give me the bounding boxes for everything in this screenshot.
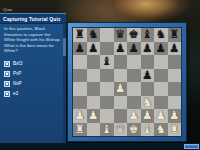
- black-queen-piece: ♛: [115, 29, 125, 41]
- square-c8[interactable]: [100, 28, 114, 42]
- square-d5[interactable]: [114, 69, 128, 83]
- square-h5[interactable]: [168, 69, 182, 83]
- panel-title: Capturing Tutorial Quiz: [3, 16, 60, 22]
- square-b6[interactable]: [87, 55, 101, 69]
- square-d2[interactable]: [114, 109, 128, 123]
- white-pawn-piece: ♟: [142, 110, 152, 122]
- black-pawn-piece: ♟: [156, 42, 166, 54]
- square-f3[interactable]: ♞: [141, 96, 155, 110]
- square-f2[interactable]: ♟: [141, 109, 155, 123]
- square-b8[interactable]: ♞: [87, 28, 101, 42]
- answer-option[interactable]: Bxf3: [0, 59, 66, 69]
- square-e1[interactable]: ♚: [127, 123, 141, 137]
- answer-option-label: e3: [13, 91, 18, 96]
- square-f1[interactable]: ♝: [141, 123, 155, 137]
- white-queen-piece: ♛: [115, 123, 125, 135]
- black-rook-piece: ♜: [75, 29, 85, 41]
- square-h8[interactable]: ♜: [168, 28, 182, 42]
- white-pawn-piece: ♟: [129, 110, 139, 122]
- square-b4[interactable]: [87, 82, 101, 96]
- speaker-icon[interactable]: [4, 81, 10, 87]
- white-rook-piece: ♜: [169, 123, 179, 135]
- black-pawn-piece: ♟: [129, 42, 139, 54]
- square-a8[interactable]: ♜: [73, 28, 87, 42]
- black-knight-piece: ♞: [156, 29, 166, 41]
- answer-option[interactable]: PxP: [0, 69, 66, 79]
- square-f4[interactable]: [141, 82, 155, 96]
- square-a1[interactable]: ♜: [73, 123, 87, 137]
- black-pawn-piece: ♟: [75, 42, 85, 54]
- square-g4[interactable]: [154, 82, 168, 96]
- black-pawn-piece: ♟: [142, 69, 152, 81]
- square-d6[interactable]: [114, 55, 128, 69]
- square-h7[interactable]: ♟: [168, 42, 182, 56]
- square-e8[interactable]: ♚: [127, 28, 141, 42]
- square-a7[interactable]: ♟: [73, 42, 87, 56]
- answer-option[interactable]: NxP: [0, 79, 66, 89]
- square-h3[interactable]: [168, 96, 182, 110]
- black-pawn-piece: ♟: [88, 42, 98, 54]
- white-knight-piece: ♞: [142, 96, 152, 108]
- square-f6[interactable]: [141, 55, 155, 69]
- square-d3[interactable]: [114, 96, 128, 110]
- square-d4[interactable]: ♟: [114, 82, 128, 96]
- square-f7[interactable]: ♟: [141, 42, 155, 56]
- white-pawn-piece: ♟: [75, 110, 85, 122]
- square-c1[interactable]: ♝: [100, 123, 114, 137]
- square-h1[interactable]: ♜: [168, 123, 182, 137]
- bottom-right-badge[interactable]: [184, 144, 199, 149]
- square-e3[interactable]: [127, 96, 141, 110]
- black-bishop-piece: ♝: [142, 29, 152, 41]
- speaker-icon[interactable]: [4, 91, 10, 97]
- square-d8[interactable]: ♛: [114, 28, 128, 42]
- square-b7[interactable]: ♟: [87, 42, 101, 56]
- panel-header: Capturing Tutorial Quiz: [0, 14, 66, 24]
- square-g2[interactable]: ♟: [154, 109, 168, 123]
- square-e7[interactable]: ♟: [127, 42, 141, 56]
- speaker-icon[interactable]: [4, 61, 10, 67]
- square-g3[interactable]: [154, 96, 168, 110]
- square-c6[interactable]: ♝: [100, 55, 114, 69]
- chess-board[interactable]: ♜♞♛♚♝♞♜♟♟♟♟♟♟♟♝♟♟♞♟♟♟♟♟♟♜♝♛♚♝♞♜: [72, 27, 182, 137]
- square-b1[interactable]: [87, 123, 101, 137]
- white-pawn-piece: ♟: [88, 110, 98, 122]
- white-king-piece: ♚: [129, 123, 139, 135]
- white-pawn-piece: ♟: [156, 110, 166, 122]
- square-h4[interactable]: [168, 82, 182, 96]
- square-c3[interactable]: [100, 96, 114, 110]
- app-window: Quiz Capturing Tutorial Quiz In this pos…: [0, 0, 200, 150]
- square-d1[interactable]: ♛: [114, 123, 128, 137]
- white-bishop-piece: ♝: [142, 123, 152, 135]
- black-king-piece: ♚: [129, 29, 139, 41]
- square-a4[interactable]: [73, 82, 87, 96]
- square-e5[interactable]: [127, 69, 141, 83]
- square-c7[interactable]: [100, 42, 114, 56]
- white-bishop-piece: ♝: [102, 123, 112, 135]
- black-pawn-piece: ♟: [142, 42, 152, 54]
- white-knight-piece: ♞: [156, 123, 166, 135]
- chess-board-frame: ♜♞♛♚♝♞♜♟♟♟♟♟♟♟♝♟♟♞♟♟♟♟♟♟♜♝♛♚♝♞♜: [68, 23, 186, 141]
- square-g1[interactable]: ♞: [154, 123, 168, 137]
- black-rook-piece: ♜: [169, 29, 179, 41]
- black-pawn-piece: ♟: [115, 42, 125, 54]
- answer-option-label: Bxf3: [13, 61, 22, 66]
- square-f5[interactable]: ♟: [141, 69, 155, 83]
- square-d7[interactable]: ♟: [114, 42, 128, 56]
- answer-option[interactable]: e3: [0, 89, 66, 99]
- square-g5[interactable]: [154, 69, 168, 83]
- square-e6[interactable]: [127, 55, 141, 69]
- square-e2[interactable]: ♟: [127, 109, 141, 123]
- black-pawn-piece: ♟: [169, 42, 179, 54]
- white-pawn-piece: ♟: [169, 110, 179, 122]
- square-g6[interactable]: [154, 55, 168, 69]
- square-h2[interactable]: ♟: [168, 109, 182, 123]
- white-rook-piece: ♜: [75, 123, 85, 135]
- square-c5[interactable]: [100, 69, 114, 83]
- scrollbar-thumb[interactable]: [63, 38, 66, 56]
- square-b2[interactable]: ♟: [87, 109, 101, 123]
- speaker-icon[interactable]: [4, 71, 10, 77]
- square-e4[interactable]: [127, 82, 141, 96]
- square-a2[interactable]: ♟: [73, 109, 87, 123]
- white-pawn-piece: ♟: [115, 83, 125, 95]
- panel-scrollbar[interactable]: [63, 24, 66, 150]
- square-c2[interactable]: [100, 109, 114, 123]
- answer-options-list: Bxf3PxPNxPe3: [0, 59, 66, 99]
- square-c4[interactable]: [100, 82, 114, 96]
- tutorial-panel: Capturing Tutorial Quiz In this position…: [0, 13, 66, 150]
- window-menu-label[interactable]: Quiz: [3, 7, 12, 12]
- square-b5[interactable]: [87, 69, 101, 83]
- answer-option-label: PxP: [13, 71, 21, 76]
- square-b3[interactable]: [87, 96, 101, 110]
- square-g7[interactable]: ♟: [154, 42, 168, 56]
- square-f8[interactable]: ♝: [141, 28, 155, 42]
- square-g8[interactable]: ♞: [154, 28, 168, 42]
- square-a3[interactable]: [73, 96, 87, 110]
- answer-option-label: NxP: [13, 81, 22, 86]
- square-a6[interactable]: [73, 55, 87, 69]
- black-knight-piece: ♞: [88, 29, 98, 41]
- quiz-question-text: In this position, Black threatens to cap…: [0, 24, 66, 56]
- square-a5[interactable]: [73, 69, 87, 83]
- black-bishop-piece: ♝: [102, 56, 112, 68]
- square-h6[interactable]: [168, 55, 182, 69]
- status-bar: [0, 143, 200, 150]
